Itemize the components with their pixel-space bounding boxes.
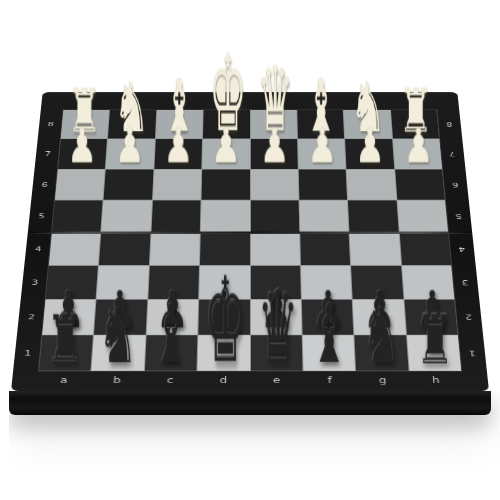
square-c1: ♝	[145, 335, 198, 371]
board-squares: ♜♞♝♚♛♝♞♜♟♟♟♟♟♟♟♟♟♟♟♟♟♟♟♟♜♞♝♚♛♝♞♜	[39, 110, 461, 371]
file-label-b: b	[91, 375, 143, 385]
square-e1: ♛	[250, 335, 302, 371]
file-label-a: a	[38, 375, 91, 385]
black-king: ♚	[204, 262, 242, 379]
file-label-g: g	[357, 375, 409, 385]
square-e5	[250, 201, 299, 232]
white-pawn: ♟	[350, 122, 390, 169]
rank-label-right-2: 2	[458, 313, 478, 322]
white-pawn: ♟	[398, 122, 438, 169]
white-pawn: ♟	[110, 122, 150, 169]
square-g7: ♟	[345, 139, 394, 169]
square-d6	[202, 169, 250, 200]
rank-label-left-1: 1	[18, 348, 39, 357]
square-a4	[49, 233, 101, 265]
black-queen: ♛	[257, 278, 295, 377]
square-c6	[153, 169, 202, 200]
rank-label-left-8: 8	[42, 121, 60, 128]
square-f6	[299, 169, 348, 200]
square-e7: ♟	[250, 139, 297, 169]
black-bishop: ♝	[152, 294, 190, 375]
square-h1: ♜	[407, 335, 461, 371]
black-bishop: ♝	[310, 294, 348, 375]
square-h7: ♟	[393, 139, 442, 169]
rank-label-right-8: 8	[440, 121, 458, 128]
rank-label-left-6: 6	[35, 181, 54, 189]
square-d7: ♟	[202, 139, 249, 169]
file-label-h: h	[410, 375, 463, 385]
file-label-e: e	[251, 375, 303, 385]
white-pawn: ♟	[254, 122, 294, 169]
white-pawn: ♟	[158, 122, 198, 169]
square-g6	[347, 169, 396, 200]
rank-label-right-1: 1	[462, 348, 483, 357]
square-h6	[395, 169, 445, 200]
rank-label-left-4: 4	[28, 245, 48, 253]
square-c5	[151, 201, 200, 232]
square-b5	[102, 201, 152, 232]
square-h5	[397, 201, 448, 232]
file-label-c: c	[144, 375, 196, 385]
square-d1: ♚	[198, 335, 250, 371]
rank-label-right-5: 5	[449, 212, 468, 220]
square-b6	[104, 169, 153, 200]
fold-hinge-seam	[29, 231, 470, 233]
rank-label-left-2: 2	[21, 313, 41, 322]
black-knight: ♞	[97, 298, 138, 374]
white-pawn: ♟	[62, 122, 102, 169]
board-front-edge	[9, 391, 491, 415]
square-g1: ♞	[355, 335, 409, 371]
chess-set-product-photo: ♜♞♝♚♛♝♞♜♟♟♟♟♟♟♟♟♟♟♟♟♟♟♟♟♜♞♝♚♛♝♞♜ 8877665…	[0, 0, 500, 500]
square-a7: ♟	[58, 139, 107, 169]
rank-label-right-6: 6	[446, 181, 465, 189]
rank-label-right-7: 7	[443, 150, 462, 157]
file-label-f: f	[304, 375, 356, 385]
black-knight: ♞	[361, 298, 402, 374]
square-c7: ♟	[154, 139, 202, 169]
white-pawn: ♟	[302, 122, 342, 169]
square-g5	[348, 201, 398, 232]
black-rook: ♜	[44, 306, 86, 373]
square-e4	[250, 233, 299, 265]
square-a5	[52, 201, 103, 232]
board-scene: ♜♞♝♚♛♝♞♜♟♟♟♟♟♟♟♟♟♟♟♟♟♟♟♟♜♞♝♚♛♝♞♜ 8877665…	[6, 0, 494, 390]
white-pawn: ♟	[206, 122, 246, 169]
square-b1: ♞	[92, 335, 146, 371]
rank-label-right-3: 3	[455, 278, 475, 286]
square-f5	[299, 201, 348, 232]
square-a6	[55, 169, 105, 200]
rank-label-left-7: 7	[38, 150, 57, 157]
square-b4	[99, 233, 150, 265]
black-rook: ♜	[413, 306, 455, 373]
rank-label-right-4: 4	[452, 245, 472, 253]
square-f7: ♟	[298, 139, 346, 169]
square-e6	[250, 169, 298, 200]
square-b7: ♟	[106, 139, 155, 169]
square-d5	[201, 201, 250, 232]
rank-label-left-3: 3	[25, 278, 45, 286]
file-label-d: d	[197, 375, 249, 385]
rank-label-left-5: 5	[32, 212, 51, 220]
square-f4	[300, 233, 350, 265]
square-c4	[150, 233, 200, 265]
square-a1: ♜	[39, 335, 93, 371]
square-g4	[350, 233, 401, 265]
chess-board: ♜♞♝♚♛♝♞♜♟♟♟♟♟♟♟♟♟♟♟♟♟♟♟♟♜♞♝♚♛♝♞♜ 8877665…	[11, 92, 489, 391]
square-h4	[399, 233, 451, 265]
square-f1: ♝	[303, 335, 356, 371]
